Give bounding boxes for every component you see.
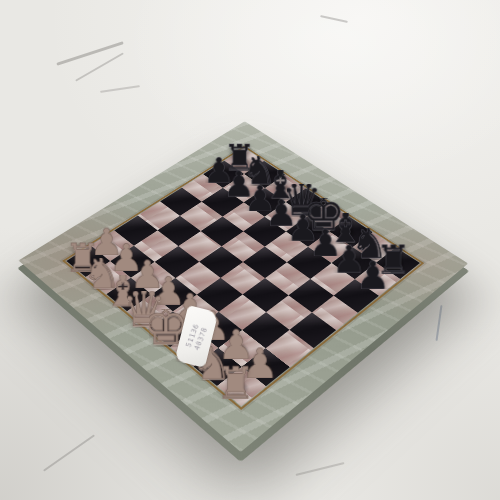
black-pawn[interactable]: ♟ [357,259,389,291]
scuff-mark [56,41,124,65]
white-rook[interactable]: ♜ [218,365,253,400]
scuff-mark [100,85,140,93]
photo-scene: ♜♞♝♛♚♝♞♜♟♟♟♟♟♟♟♟♟♟♟♟♟♟♟♟♜♞♝♛♚♝♞♜ 51136 4… [0,0,500,500]
scuff-mark [436,305,443,341]
square-h1[interactable]: ♜ [217,367,266,406]
sticker-text: 51136 40378 [184,322,208,351]
chess-board: ♜♞♝♛♚♝♞♜♟♟♟♟♟♟♟♟♟♟♟♟♟♟♟♟♜♞♝♛♚♝♞♜ [18,121,468,452]
square-h5[interactable] [312,295,358,330]
scuff-mark [296,462,345,476]
square-g5[interactable] [288,279,334,313]
scuff-mark [320,15,348,23]
scuff-mark [75,52,124,81]
scuff-mark [43,434,95,471]
board-grid: ♜♞♝♛♚♝♞♜♟♟♟♟♟♟♟♟♟♟♟♟♟♟♟♟♜♞♝♛♚♝♞♜ [66,148,420,406]
